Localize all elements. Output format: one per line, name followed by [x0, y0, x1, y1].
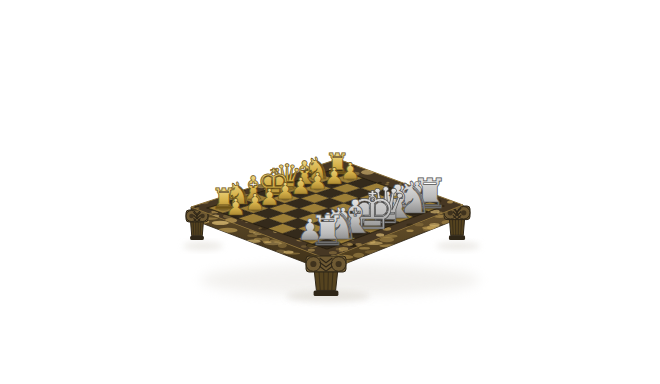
chess-set-product-photo: ♜♞♟♝♟♟♛♟♚♝♟♟♞♟♟♜♜♟♞♟♟♝♟♛♟♟♚♝♟♞♟♜ — [0, 0, 660, 384]
svg-text:♟: ♟ — [226, 194, 246, 220]
chess-board-3d: ♜♞♟♝♟♟♛♟♚♝♟♟♞♟♟♜♜♟♞♟♟♝♟♛♟♟♚♝♟♞♟♜ — [0, 0, 660, 384]
svg-text:♟: ♟ — [245, 189, 265, 215]
svg-text:♜: ♜ — [309, 206, 346, 255]
chess-scene-svg: ♜♞♟♝♟♟♛♟♚♝♟♟♞♟♟♜♜♟♞♟♟♝♟♛♟♟♚♝♟♞♟♜ — [0, 0, 660, 384]
